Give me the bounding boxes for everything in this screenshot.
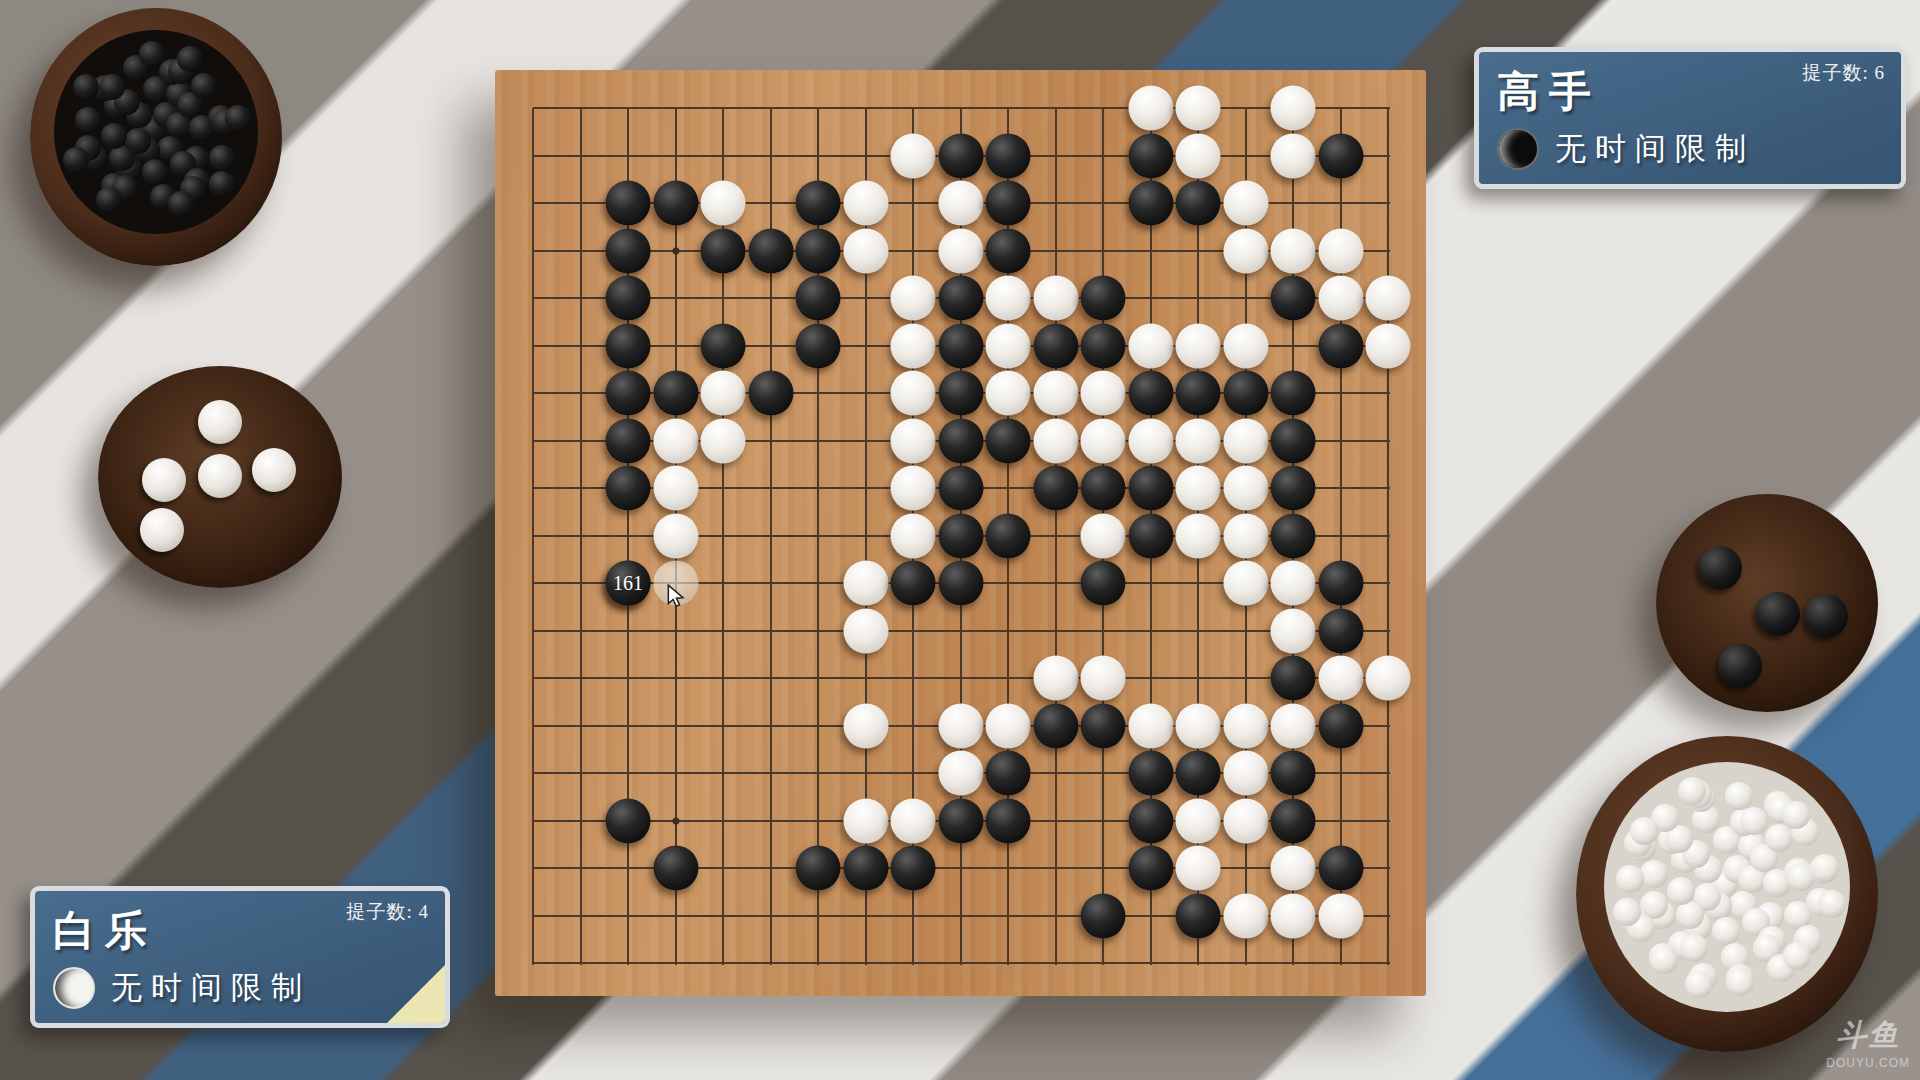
white-stone bbox=[1223, 561, 1268, 606]
white-stone bbox=[891, 466, 936, 511]
white-stone bbox=[1081, 371, 1126, 416]
black-stone bbox=[1081, 276, 1126, 321]
white-stone bbox=[1223, 466, 1268, 511]
white-stone bbox=[1176, 466, 1221, 511]
white-captured-stone bbox=[142, 458, 186, 502]
white-bowl-stone bbox=[1811, 854, 1839, 882]
black-stone bbox=[748, 228, 793, 273]
white-captured-stone bbox=[198, 400, 242, 444]
white-stone bbox=[938, 751, 983, 796]
white-stones-pile bbox=[1604, 762, 1850, 1012]
grid-line-h bbox=[533, 107, 1390, 109]
white-stone bbox=[1176, 798, 1221, 843]
black-stone bbox=[938, 418, 983, 463]
black-stone bbox=[1033, 466, 1078, 511]
black-stone bbox=[938, 798, 983, 843]
white-stone bbox=[1271, 561, 1316, 606]
black-stone bbox=[1271, 371, 1316, 416]
white-stone bbox=[1176, 133, 1221, 178]
black-stone bbox=[701, 228, 746, 273]
white-stone bbox=[1176, 323, 1221, 368]
white-stone bbox=[843, 181, 888, 226]
black-stone bbox=[1318, 846, 1363, 891]
white-stone bbox=[1128, 418, 1173, 463]
white-stone bbox=[938, 181, 983, 226]
white-stone bbox=[891, 371, 936, 416]
black-stone bbox=[1176, 371, 1221, 416]
black-stone bbox=[1128, 798, 1173, 843]
black-stone bbox=[796, 846, 841, 891]
white-stone bbox=[986, 323, 1031, 368]
player-panel-bottom: 提子数: 4 白乐 无时间限制 bbox=[30, 886, 450, 1028]
grid-line-v bbox=[1387, 108, 1389, 965]
black-stone bbox=[1176, 893, 1221, 938]
white-stone bbox=[1366, 656, 1411, 701]
black-bowl-stone bbox=[63, 147, 89, 173]
black-bowl-stone bbox=[139, 41, 165, 67]
white-stone bbox=[1223, 181, 1268, 226]
white-stone bbox=[653, 513, 698, 558]
watermark-site: DOUYU.COM bbox=[1826, 1056, 1910, 1070]
last-move-stone: 161 bbox=[606, 561, 651, 606]
black-stone bbox=[1318, 133, 1363, 178]
black-stone bbox=[986, 133, 1031, 178]
captured-black-stones-lid bbox=[1656, 494, 1878, 712]
white-stone bbox=[1318, 276, 1363, 321]
white-captured-stone bbox=[252, 448, 296, 492]
black-stone bbox=[748, 371, 793, 416]
white-bowl-stone bbox=[1725, 782, 1753, 810]
white-stone bbox=[986, 371, 1031, 416]
watermark: 斗鱼 DOUYU.COM bbox=[1826, 1015, 1910, 1070]
captures-count-bottom: 提子数: 4 bbox=[346, 899, 429, 925]
black-stone bbox=[606, 276, 651, 321]
black-stone bbox=[1128, 133, 1173, 178]
white-stone bbox=[891, 513, 936, 558]
white-captured-stone bbox=[198, 454, 242, 498]
white-stone bbox=[843, 703, 888, 748]
white-stone bbox=[986, 276, 1031, 321]
black-stone bbox=[891, 561, 936, 606]
black-stone bbox=[606, 371, 651, 416]
black-stone bbox=[1128, 513, 1173, 558]
black-stones-bowl bbox=[30, 8, 282, 266]
black-stone bbox=[986, 228, 1031, 273]
white-stone bbox=[891, 276, 936, 321]
white-stone-icon bbox=[53, 967, 95, 1009]
white-bowl-stone bbox=[1667, 877, 1695, 905]
black-captured-stone bbox=[1804, 594, 1848, 638]
mouse-cursor-icon bbox=[664, 583, 690, 609]
black-stone bbox=[796, 228, 841, 273]
black-stone bbox=[1271, 466, 1316, 511]
black-stone bbox=[1318, 323, 1363, 368]
black-stone bbox=[653, 181, 698, 226]
black-captured-stone bbox=[1718, 644, 1762, 688]
white-bowl-stone bbox=[1680, 934, 1708, 962]
white-stone bbox=[1271, 86, 1316, 131]
white-stone bbox=[1033, 276, 1078, 321]
white-stone bbox=[1223, 751, 1268, 796]
white-stone bbox=[1081, 418, 1126, 463]
black-stone bbox=[938, 561, 983, 606]
black-stone bbox=[1128, 751, 1173, 796]
black-stone bbox=[1033, 703, 1078, 748]
white-bowl-stone bbox=[1630, 817, 1658, 845]
grid-line-h bbox=[533, 677, 1390, 679]
white-stone bbox=[653, 466, 698, 511]
black-captured-stone bbox=[1756, 592, 1800, 636]
black-bowl-stone bbox=[177, 46, 203, 72]
grid-line-h bbox=[533, 962, 1390, 964]
white-bowl-stone bbox=[1685, 970, 1713, 998]
white-stone bbox=[1033, 418, 1078, 463]
white-stone bbox=[891, 323, 936, 368]
white-stone bbox=[1318, 893, 1363, 938]
black-stone bbox=[1318, 561, 1363, 606]
black-stone bbox=[1271, 751, 1316, 796]
white-stone bbox=[843, 561, 888, 606]
white-bowl-stone bbox=[1765, 824, 1793, 852]
white-stone bbox=[1223, 893, 1268, 938]
black-stone bbox=[606, 323, 651, 368]
white-stone bbox=[1223, 513, 1268, 558]
time-setting-bottom: 无时间限制 bbox=[111, 967, 311, 1009]
white-stone bbox=[1128, 86, 1173, 131]
black-stone bbox=[1271, 276, 1316, 321]
douyu-logo: 斗鱼 bbox=[1826, 1015, 1910, 1056]
white-stone bbox=[1271, 133, 1316, 178]
grid-line-v bbox=[532, 108, 534, 965]
black-stone bbox=[986, 181, 1031, 226]
white-stone bbox=[1271, 846, 1316, 891]
white-stone bbox=[1128, 323, 1173, 368]
goban[interactable]: 161 bbox=[495, 70, 1426, 996]
player-panel-top: 提子数: 6 高手 无时间限制 bbox=[1474, 47, 1906, 189]
white-stone bbox=[1176, 513, 1221, 558]
black-stone bbox=[1318, 608, 1363, 653]
white-bowl-stone bbox=[1613, 898, 1641, 926]
white-bowl-stone bbox=[1818, 890, 1846, 918]
white-stone bbox=[1176, 846, 1221, 891]
black-stone bbox=[1128, 846, 1173, 891]
white-bowl-stone bbox=[1782, 801, 1810, 829]
black-stone bbox=[986, 513, 1031, 558]
white-bowl-stone bbox=[1678, 777, 1706, 805]
white-bowl-stone bbox=[1650, 946, 1678, 974]
white-stone bbox=[1176, 86, 1221, 131]
black-bowl-stone bbox=[99, 74, 125, 100]
black-stone bbox=[891, 846, 936, 891]
white-captured-stone bbox=[140, 508, 184, 552]
black-stone bbox=[938, 513, 983, 558]
black-stone bbox=[1081, 561, 1126, 606]
black-bowl-stone bbox=[225, 105, 251, 131]
white-stone bbox=[1223, 323, 1268, 368]
black-stone bbox=[1271, 656, 1316, 701]
white-stone bbox=[1033, 656, 1078, 701]
white-bowl-stone bbox=[1640, 860, 1668, 888]
white-stone bbox=[1271, 893, 1316, 938]
turn-indicator-triangle bbox=[387, 965, 445, 1023]
white-bowl-stone bbox=[1783, 942, 1811, 970]
black-bowl-stone bbox=[142, 159, 168, 185]
white-stone bbox=[1271, 703, 1316, 748]
white-stone bbox=[843, 798, 888, 843]
white-bowl-stone bbox=[1712, 917, 1740, 945]
white-stones-bowl bbox=[1576, 736, 1878, 1052]
white-stone bbox=[1271, 608, 1316, 653]
white-bowl-stone bbox=[1740, 807, 1768, 835]
white-stone bbox=[1176, 703, 1221, 748]
white-stone bbox=[986, 703, 1031, 748]
white-stone bbox=[1223, 703, 1268, 748]
black-stone bbox=[796, 323, 841, 368]
black-stone bbox=[938, 133, 983, 178]
black-stone bbox=[1271, 798, 1316, 843]
grid-line-v bbox=[1055, 108, 1057, 965]
black-stone bbox=[938, 276, 983, 321]
white-stone bbox=[1223, 418, 1268, 463]
black-stone bbox=[938, 371, 983, 416]
white-stone bbox=[1271, 228, 1316, 273]
black-stone bbox=[1176, 751, 1221, 796]
white-stone bbox=[1318, 228, 1363, 273]
white-stone bbox=[1223, 798, 1268, 843]
white-stone bbox=[653, 418, 698, 463]
black-stones-pile bbox=[54, 30, 258, 234]
white-stone bbox=[938, 228, 983, 273]
black-stone bbox=[986, 751, 1031, 796]
black-stone bbox=[938, 466, 983, 511]
black-stone bbox=[701, 323, 746, 368]
black-stone bbox=[1081, 893, 1126, 938]
grid-line-h bbox=[533, 630, 1390, 632]
black-stone bbox=[1081, 466, 1126, 511]
black-stone bbox=[796, 276, 841, 321]
black-bowl-stone bbox=[73, 74, 99, 100]
black-stone bbox=[796, 181, 841, 226]
black-stone bbox=[1033, 323, 1078, 368]
time-setting-top: 无时间限制 bbox=[1555, 128, 1755, 170]
black-bowl-stone bbox=[75, 107, 101, 133]
black-stone bbox=[1081, 703, 1126, 748]
black-stone bbox=[1176, 181, 1221, 226]
white-stone bbox=[1366, 276, 1411, 321]
black-stone bbox=[606, 798, 651, 843]
black-stone bbox=[843, 846, 888, 891]
white-stone bbox=[1081, 513, 1126, 558]
white-stone bbox=[1176, 418, 1221, 463]
black-stone bbox=[606, 466, 651, 511]
white-stone bbox=[1128, 703, 1173, 748]
black-bowl-stone bbox=[168, 191, 194, 217]
white-stone bbox=[1081, 656, 1126, 701]
white-stone bbox=[1223, 228, 1268, 273]
white-stone bbox=[1366, 323, 1411, 368]
black-stone bbox=[986, 418, 1031, 463]
black-stone bbox=[606, 418, 651, 463]
black-captured-stone bbox=[1698, 546, 1742, 590]
white-stone bbox=[843, 608, 888, 653]
black-stone bbox=[1271, 513, 1316, 558]
black-bowl-stone bbox=[209, 145, 235, 171]
white-bowl-stone bbox=[1676, 901, 1704, 929]
white-stone bbox=[1318, 656, 1363, 701]
black-stone bbox=[606, 228, 651, 273]
black-stone bbox=[1128, 181, 1173, 226]
black-bowl-stone bbox=[209, 171, 235, 197]
grid-line-v bbox=[580, 108, 582, 965]
white-bowl-stone bbox=[1726, 968, 1754, 996]
star-point bbox=[672, 817, 679, 824]
white-stone bbox=[701, 418, 746, 463]
move-number-label: 161 bbox=[613, 572, 643, 595]
white-stone bbox=[891, 798, 936, 843]
black-stone bbox=[653, 846, 698, 891]
black-stone bbox=[1271, 418, 1316, 463]
black-bowl-stone bbox=[191, 73, 217, 99]
black-bowl-stone bbox=[101, 123, 127, 149]
star-point bbox=[672, 247, 679, 254]
black-stone bbox=[1128, 466, 1173, 511]
black-stone bbox=[1081, 323, 1126, 368]
black-stone bbox=[1128, 371, 1173, 416]
captured-white-stones-lid bbox=[98, 366, 342, 588]
black-stone bbox=[1223, 371, 1268, 416]
white-stone bbox=[701, 371, 746, 416]
captures-count-top: 提子数: 6 bbox=[1802, 60, 1885, 86]
white-stone bbox=[891, 133, 936, 178]
black-stone-icon bbox=[1497, 128, 1539, 170]
black-stone bbox=[1318, 703, 1363, 748]
black-stone bbox=[938, 323, 983, 368]
white-stone bbox=[891, 418, 936, 463]
white-stone bbox=[1033, 371, 1078, 416]
white-stone bbox=[938, 703, 983, 748]
black-bowl-stone bbox=[96, 187, 122, 213]
white-stone bbox=[843, 228, 888, 273]
white-bowl-stone bbox=[1616, 865, 1644, 893]
black-stone bbox=[606, 181, 651, 226]
black-stone bbox=[986, 798, 1031, 843]
white-stone bbox=[701, 181, 746, 226]
black-stone bbox=[653, 371, 698, 416]
